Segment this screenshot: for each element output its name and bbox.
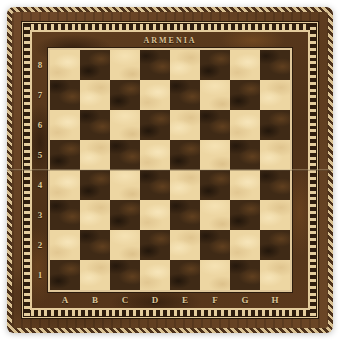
square-g5[interactable] [230, 140, 260, 170]
rank-label-4: 4 [32, 170, 48, 200]
rank-label-7: 7 [32, 80, 48, 110]
square-f4[interactable] [200, 170, 230, 200]
square-d7[interactable] [140, 80, 170, 110]
square-d8[interactable] [140, 50, 170, 80]
square-b8[interactable] [80, 50, 110, 80]
square-h5[interactable] [260, 140, 290, 170]
square-d3[interactable] [140, 200, 170, 230]
square-a4[interactable] [50, 170, 80, 200]
playing-field [50, 50, 290, 290]
square-e1[interactable] [170, 260, 200, 290]
square-d1[interactable] [140, 260, 170, 290]
square-f1[interactable] [200, 260, 230, 290]
brand-label: ARMENIA [32, 33, 308, 48]
square-a5[interactable] [50, 140, 80, 170]
square-h6[interactable] [260, 110, 290, 140]
square-e8[interactable] [170, 50, 200, 80]
square-c5[interactable] [110, 140, 140, 170]
square-b1[interactable] [80, 260, 110, 290]
square-c6[interactable] [110, 110, 140, 140]
square-h1[interactable] [260, 260, 290, 290]
file-label-f: F [200, 292, 230, 308]
mosaic-strip-bottom [24, 310, 316, 316]
chess-board: ARMENIA 87654321 ABCDEFGH [7, 7, 333, 333]
square-f2[interactable] [200, 230, 230, 260]
square-e2[interactable] [170, 230, 200, 260]
square-e3[interactable] [170, 200, 200, 230]
rank-label-1: 1 [32, 260, 48, 290]
square-h2[interactable] [260, 230, 290, 260]
square-d4[interactable] [140, 170, 170, 200]
file-label-g: G [230, 292, 260, 308]
square-h7[interactable] [260, 80, 290, 110]
square-f5[interactable] [200, 140, 230, 170]
square-f7[interactable] [200, 80, 230, 110]
square-g4[interactable] [230, 170, 260, 200]
square-d2[interactable] [140, 230, 170, 260]
square-e4[interactable] [170, 170, 200, 200]
square-a1[interactable] [50, 260, 80, 290]
square-h3[interactable] [260, 200, 290, 230]
square-g3[interactable] [230, 200, 260, 230]
square-h8[interactable] [260, 50, 290, 80]
square-b2[interactable] [80, 230, 110, 260]
square-f8[interactable] [200, 50, 230, 80]
square-g7[interactable] [230, 80, 260, 110]
square-c7[interactable] [110, 80, 140, 110]
square-g2[interactable] [230, 230, 260, 260]
file-label-d: D [140, 292, 170, 308]
square-g8[interactable] [230, 50, 260, 80]
rank-label-8: 8 [32, 50, 48, 80]
square-e7[interactable] [170, 80, 200, 110]
square-d5[interactable] [140, 140, 170, 170]
square-e5[interactable] [170, 140, 200, 170]
file-label-h: H [260, 292, 290, 308]
square-c2[interactable] [110, 230, 140, 260]
square-b3[interactable] [80, 200, 110, 230]
square-f6[interactable] [200, 110, 230, 140]
square-c4[interactable] [110, 170, 140, 200]
square-a7[interactable] [50, 80, 80, 110]
square-b5[interactable] [80, 140, 110, 170]
square-a2[interactable] [50, 230, 80, 260]
square-g6[interactable] [230, 110, 260, 140]
square-c1[interactable] [110, 260, 140, 290]
square-f3[interactable] [200, 200, 230, 230]
rank-label-3: 3 [32, 200, 48, 230]
file-label-b: B [80, 292, 110, 308]
square-a8[interactable] [50, 50, 80, 80]
square-b4[interactable] [80, 170, 110, 200]
rank-label-6: 6 [32, 110, 48, 140]
rank-label-2: 2 [32, 230, 48, 260]
square-g1[interactable] [230, 260, 260, 290]
square-e6[interactable] [170, 110, 200, 140]
square-c3[interactable] [110, 200, 140, 230]
square-b6[interactable] [80, 110, 110, 140]
file-label-e: E [170, 292, 200, 308]
square-a6[interactable] [50, 110, 80, 140]
square-d6[interactable] [140, 110, 170, 140]
square-b7[interactable] [80, 80, 110, 110]
rank-label-5: 5 [32, 140, 48, 170]
square-h4[interactable] [260, 170, 290, 200]
file-label-a: A [50, 292, 80, 308]
file-label-c: C [110, 292, 140, 308]
square-c8[interactable] [110, 50, 140, 80]
square-a3[interactable] [50, 200, 80, 230]
mosaic-strip-right [310, 24, 316, 316]
